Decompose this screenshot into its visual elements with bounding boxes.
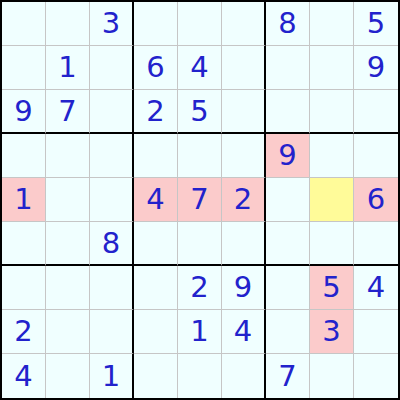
sudoku-cell-r6c5[interactable]: [178, 222, 222, 266]
sudoku-cell-r1c7[interactable]: 8: [266, 2, 310, 46]
sudoku-cell-r8c7[interactable]: [266, 310, 310, 354]
sudoku-cell-r6c7[interactable]: [266, 222, 310, 266]
sudoku-cell-r8c1[interactable]: 2: [2, 310, 46, 354]
sudoku-cell-r2c3[interactable]: [90, 46, 134, 90]
sudoku-board: 38516499725914726829542143417: [0, 0, 400, 400]
sudoku-cell-r5c6[interactable]: 2: [222, 178, 266, 222]
sudoku-cell-r3c3[interactable]: [90, 90, 134, 134]
sudoku-cell-r4c7[interactable]: 9: [266, 134, 310, 178]
sudoku-cell-r1c9[interactable]: 5: [354, 2, 398, 46]
sudoku-cell-r7c8[interactable]: 5: [310, 266, 354, 310]
sudoku-cell-r2c7[interactable]: [266, 46, 310, 90]
sudoku-cell-r6c6[interactable]: [222, 222, 266, 266]
sudoku-cell-r5c1[interactable]: 1: [2, 178, 46, 222]
sudoku-cell-r4c8[interactable]: [310, 134, 354, 178]
sudoku-cell-r3c4[interactable]: 2: [134, 90, 178, 134]
sudoku-cell-r3c8[interactable]: [310, 90, 354, 134]
sudoku-cell-r3c9[interactable]: [354, 90, 398, 134]
sudoku-cell-r8c4[interactable]: [134, 310, 178, 354]
sudoku-cell-r4c5[interactable]: [178, 134, 222, 178]
sudoku-cell-r2c5[interactable]: 4: [178, 46, 222, 90]
sudoku-cell-r6c1[interactable]: [2, 222, 46, 266]
sudoku-cell-r5c3[interactable]: [90, 178, 134, 222]
sudoku-cell-r2c1[interactable]: [2, 46, 46, 90]
sudoku-cell-r4c9[interactable]: [354, 134, 398, 178]
sudoku-cell-r9c3[interactable]: 1: [90, 354, 134, 398]
sudoku-cell-r2c8[interactable]: [310, 46, 354, 90]
sudoku-cell-r6c2[interactable]: [46, 222, 90, 266]
sudoku-cell-r7c5[interactable]: 2: [178, 266, 222, 310]
sudoku-cell-r2c6[interactable]: [222, 46, 266, 90]
sudoku-cell-r8c3[interactable]: [90, 310, 134, 354]
sudoku-cell-r4c3[interactable]: [90, 134, 134, 178]
sudoku-cell-r3c1[interactable]: 9: [2, 90, 46, 134]
sudoku-cell-r7c4[interactable]: [134, 266, 178, 310]
sudoku-cell-r8c5[interactable]: 1: [178, 310, 222, 354]
sudoku-cell-r8c9[interactable]: [354, 310, 398, 354]
sudoku-cell-r5c4[interactable]: 4: [134, 178, 178, 222]
sudoku-cell-r9c6[interactable]: [222, 354, 266, 398]
sudoku-cell-r3c2[interactable]: 7: [46, 90, 90, 134]
sudoku-cell-r7c9[interactable]: 4: [354, 266, 398, 310]
sudoku-cell-r1c4[interactable]: [134, 2, 178, 46]
sudoku-cell-r5c9[interactable]: 6: [354, 178, 398, 222]
sudoku-cell-r1c3[interactable]: 3: [90, 2, 134, 46]
sudoku-cell-r8c6[interactable]: 4: [222, 310, 266, 354]
sudoku-cell-r5c8[interactable]: [310, 178, 354, 222]
sudoku-cell-r3c6[interactable]: [222, 90, 266, 134]
sudoku-cell-r1c6[interactable]: [222, 2, 266, 46]
sudoku-cell-r3c7[interactable]: [266, 90, 310, 134]
sudoku-cell-r4c4[interactable]: [134, 134, 178, 178]
sudoku-cell-r7c2[interactable]: [46, 266, 90, 310]
sudoku-cell-r7c7[interactable]: [266, 266, 310, 310]
sudoku-cell-r9c8[interactable]: [310, 354, 354, 398]
sudoku-cell-r9c4[interactable]: [134, 354, 178, 398]
sudoku-cell-r8c8[interactable]: 3: [310, 310, 354, 354]
sudoku-cell-r4c2[interactable]: [46, 134, 90, 178]
sudoku-cell-r4c1[interactable]: [2, 134, 46, 178]
sudoku-cell-r3c5[interactable]: 5: [178, 90, 222, 134]
sudoku-cell-r5c5[interactable]: 7: [178, 178, 222, 222]
sudoku-cell-r1c8[interactable]: [310, 2, 354, 46]
sudoku-cell-r6c3[interactable]: 8: [90, 222, 134, 266]
sudoku-cell-r7c3[interactable]: [90, 266, 134, 310]
sudoku-cell-r2c9[interactable]: 9: [354, 46, 398, 90]
sudoku-cell-r5c7[interactable]: [266, 178, 310, 222]
sudoku-cell-r1c5[interactable]: [178, 2, 222, 46]
sudoku-cell-r9c7[interactable]: 7: [266, 354, 310, 398]
sudoku-cell-r9c2[interactable]: [46, 354, 90, 398]
sudoku-cell-r7c1[interactable]: [2, 266, 46, 310]
sudoku-cell-r2c4[interactable]: 6: [134, 46, 178, 90]
sudoku-cell-r9c1[interactable]: 4: [2, 354, 46, 398]
sudoku-cell-r6c4[interactable]: [134, 222, 178, 266]
sudoku-cell-r9c9[interactable]: [354, 354, 398, 398]
sudoku-cell-r5c2[interactable]: [46, 178, 90, 222]
sudoku-cell-r2c2[interactable]: 1: [46, 46, 90, 90]
sudoku-cell-r9c5[interactable]: [178, 354, 222, 398]
sudoku-cell-r4c6[interactable]: [222, 134, 266, 178]
sudoku-cell-r1c2[interactable]: [46, 2, 90, 46]
sudoku-cell-r6c8[interactable]: [310, 222, 354, 266]
sudoku-cell-r7c6[interactable]: 9: [222, 266, 266, 310]
sudoku-cell-r8c2[interactable]: [46, 310, 90, 354]
sudoku-cell-r1c1[interactable]: [2, 2, 46, 46]
sudoku-cell-r6c9[interactable]: [354, 222, 398, 266]
